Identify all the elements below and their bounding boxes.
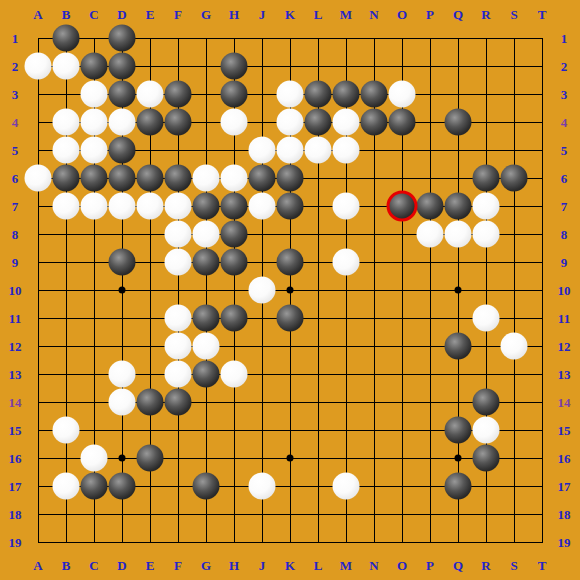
- stone-white-C5[interactable]: [81, 137, 108, 164]
- col-label-top-N: N: [369, 8, 378, 21]
- stone-white-B5[interactable]: [53, 137, 80, 164]
- stone-white-F8[interactable]: [165, 221, 192, 248]
- col-label-top-Q: Q: [453, 8, 463, 21]
- col-label-bottom-O: O: [397, 559, 407, 572]
- grid-line-h-18: [38, 514, 543, 515]
- col-label-bottom-H: H: [229, 559, 239, 572]
- stone-black-F3[interactable]: [165, 81, 192, 108]
- row-label-right-7: 7: [561, 200, 568, 213]
- row-label-left-3: 3: [12, 88, 19, 101]
- col-label-top-M: M: [340, 8, 352, 21]
- row-label-right-4: 4: [561, 116, 568, 129]
- stone-white-D7[interactable]: [109, 193, 136, 220]
- stone-white-J5[interactable]: [249, 137, 276, 164]
- stone-black-D17[interactable]: [109, 473, 136, 500]
- stone-black-F4[interactable]: [165, 109, 192, 136]
- stone-black-H9[interactable]: [221, 249, 248, 276]
- col-label-top-L: L: [314, 8, 323, 21]
- stone-white-L5[interactable]: [305, 137, 332, 164]
- row-label-right-19: 19: [558, 536, 571, 549]
- stone-black-H8[interactable]: [221, 221, 248, 248]
- row-label-left-5: 5: [12, 144, 19, 157]
- col-label-top-E: E: [146, 8, 155, 21]
- stone-black-P7[interactable]: [417, 193, 444, 220]
- row-label-left-18: 18: [9, 508, 22, 521]
- row-label-left-1: 1: [12, 32, 19, 45]
- col-label-bottom-D: D: [117, 559, 126, 572]
- col-label-bottom-G: G: [201, 559, 211, 572]
- stone-white-J10[interactable]: [249, 277, 276, 304]
- stone-white-O3[interactable]: [389, 81, 416, 108]
- row-label-right-18: 18: [558, 508, 571, 521]
- stone-white-K4[interactable]: [277, 109, 304, 136]
- stone-black-O4[interactable]: [389, 109, 416, 136]
- row-label-left-15: 15: [9, 424, 22, 437]
- stone-black-E4[interactable]: [137, 109, 164, 136]
- stone-white-K5[interactable]: [277, 137, 304, 164]
- row-label-right-14: 14: [558, 396, 571, 409]
- row-label-right-13: 13: [558, 368, 571, 381]
- grid-line-v-T: [542, 38, 543, 543]
- row-label-left-9: 9: [12, 256, 19, 269]
- stone-black-G11[interactable]: [193, 305, 220, 332]
- stone-white-J7[interactable]: [249, 193, 276, 220]
- stone-white-J17[interactable]: [249, 473, 276, 500]
- stone-black-K7[interactable]: [277, 193, 304, 220]
- stone-white-A6[interactable]: [25, 165, 52, 192]
- col-label-top-J: J: [259, 8, 266, 21]
- stone-white-H6[interactable]: [221, 165, 248, 192]
- stone-black-G7[interactable]: [193, 193, 220, 220]
- col-label-bottom-S: S: [510, 559, 517, 572]
- stone-black-R6[interactable]: [473, 165, 500, 192]
- stone-black-S6[interactable]: [501, 165, 528, 192]
- stone-white-R15[interactable]: [473, 417, 500, 444]
- grid-line-v-P: [430, 38, 431, 543]
- last-move-marker: [387, 191, 418, 222]
- col-label-bottom-F: F: [174, 559, 182, 572]
- stone-black-F6[interactable]: [165, 165, 192, 192]
- row-label-right-16: 16: [558, 452, 571, 465]
- stone-white-R11[interactable]: [473, 305, 500, 332]
- row-label-left-12: 12: [9, 340, 22, 353]
- stone-black-G17[interactable]: [193, 473, 220, 500]
- col-label-top-A: A: [33, 8, 42, 21]
- stone-black-Q7[interactable]: [445, 193, 472, 220]
- stone-black-D3[interactable]: [109, 81, 136, 108]
- stone-white-A2[interactable]: [25, 53, 52, 80]
- col-label-bottom-T: T: [538, 559, 547, 572]
- stone-black-K6[interactable]: [277, 165, 304, 192]
- row-label-left-10: 10: [9, 284, 22, 297]
- stone-white-E3[interactable]: [137, 81, 164, 108]
- stone-white-G6[interactable]: [193, 165, 220, 192]
- row-label-right-10: 10: [558, 284, 571, 297]
- col-label-bottom-R: R: [481, 559, 490, 572]
- col-label-top-B: B: [62, 8, 71, 21]
- col-label-bottom-N: N: [369, 559, 378, 572]
- stone-black-K9[interactable]: [277, 249, 304, 276]
- col-label-top-P: P: [426, 8, 434, 21]
- row-label-left-4: 4: [12, 116, 19, 129]
- col-label-bottom-M: M: [340, 559, 352, 572]
- stone-white-F9[interactable]: [165, 249, 192, 276]
- stone-white-F12[interactable]: [165, 333, 192, 360]
- stone-white-K3[interactable]: [277, 81, 304, 108]
- stone-black-D9[interactable]: [109, 249, 136, 276]
- row-label-right-11: 11: [558, 312, 570, 325]
- stone-black-Q17[interactable]: [445, 473, 472, 500]
- star-point-D10: [119, 287, 126, 294]
- stone-black-F14[interactable]: [165, 389, 192, 416]
- col-label-top-G: G: [201, 8, 211, 21]
- stone-white-B4[interactable]: [53, 109, 80, 136]
- row-label-left-2: 2: [12, 60, 19, 73]
- stone-black-E16[interactable]: [137, 445, 164, 472]
- row-label-left-17: 17: [9, 480, 22, 493]
- stone-white-C3[interactable]: [81, 81, 108, 108]
- row-label-right-1: 1: [561, 32, 568, 45]
- col-label-bottom-E: E: [146, 559, 155, 572]
- stone-white-H4[interactable]: [221, 109, 248, 136]
- row-label-right-5: 5: [561, 144, 568, 157]
- stone-black-J6[interactable]: [249, 165, 276, 192]
- stone-white-B15[interactable]: [53, 417, 80, 444]
- row-label-right-9: 9: [561, 256, 568, 269]
- stone-black-L3[interactable]: [305, 81, 332, 108]
- col-label-bottom-A: A: [33, 559, 42, 572]
- row-label-left-6: 6: [12, 172, 19, 185]
- stone-white-Q8[interactable]: [445, 221, 472, 248]
- col-label-bottom-C: C: [89, 559, 98, 572]
- stone-black-M3[interactable]: [333, 81, 360, 108]
- stone-white-M5[interactable]: [333, 137, 360, 164]
- star-point-Q10: [455, 287, 462, 294]
- stone-black-C17[interactable]: [81, 473, 108, 500]
- star-point-D16: [119, 455, 126, 462]
- stone-black-Q4[interactable]: [445, 109, 472, 136]
- stone-black-H11[interactable]: [221, 305, 248, 332]
- row-label-left-16: 16: [9, 452, 22, 465]
- col-label-top-O: O: [397, 8, 407, 21]
- go-board-screen: AA11BB22CC33DD44EE55FF66GG77HH88JJ99KK10…: [0, 0, 580, 580]
- stone-black-D6[interactable]: [109, 165, 136, 192]
- stone-black-N3[interactable]: [361, 81, 388, 108]
- stone-black-D2[interactable]: [109, 53, 136, 80]
- stone-black-N4[interactable]: [361, 109, 388, 136]
- stone-black-D5[interactable]: [109, 137, 136, 164]
- col-label-bottom-J: J: [259, 559, 266, 572]
- row-label-right-17: 17: [558, 480, 571, 493]
- stone-white-M17[interactable]: [333, 473, 360, 500]
- col-label-bottom-K: K: [285, 559, 295, 572]
- stone-white-B2[interactable]: [53, 53, 80, 80]
- col-label-top-T: T: [538, 8, 547, 21]
- row-label-right-12: 12: [558, 340, 571, 353]
- grid-line-v-S: [514, 38, 515, 543]
- row-label-right-6: 6: [561, 172, 568, 185]
- star-point-K10: [287, 287, 294, 294]
- row-label-left-7: 7: [12, 200, 19, 213]
- stone-white-H13[interactable]: [221, 361, 248, 388]
- stone-white-M9[interactable]: [333, 249, 360, 276]
- stone-white-F11[interactable]: [165, 305, 192, 332]
- col-label-top-H: H: [229, 8, 239, 21]
- stone-black-E14[interactable]: [137, 389, 164, 416]
- stone-white-C4[interactable]: [81, 109, 108, 136]
- stone-white-C16[interactable]: [81, 445, 108, 472]
- row-label-left-11: 11: [9, 312, 21, 325]
- stone-white-R8[interactable]: [473, 221, 500, 248]
- stone-black-D1[interactable]: [109, 25, 136, 52]
- stone-black-L4[interactable]: [305, 109, 332, 136]
- stone-black-E6[interactable]: [137, 165, 164, 192]
- stone-white-G12[interactable]: [193, 333, 220, 360]
- stone-black-Q12[interactable]: [445, 333, 472, 360]
- stone-white-F7[interactable]: [165, 193, 192, 220]
- col-label-top-K: K: [285, 8, 295, 21]
- col-label-top-F: F: [174, 8, 182, 21]
- col-label-bottom-L: L: [314, 559, 323, 572]
- stone-black-Q15[interactable]: [445, 417, 472, 444]
- star-point-K16: [287, 455, 294, 462]
- stone-white-D13[interactable]: [109, 361, 136, 388]
- row-label-left-13: 13: [9, 368, 22, 381]
- col-label-bottom-B: B: [62, 559, 71, 572]
- col-label-top-R: R: [481, 8, 490, 21]
- stone-white-F13[interactable]: [165, 361, 192, 388]
- col-label-top-S: S: [510, 8, 517, 21]
- stone-white-D4[interactable]: [109, 109, 136, 136]
- stone-white-E7[interactable]: [137, 193, 164, 220]
- row-label-right-8: 8: [561, 228, 568, 241]
- star-point-Q16: [455, 455, 462, 462]
- col-label-bottom-P: P: [426, 559, 434, 572]
- row-label-right-2: 2: [561, 60, 568, 73]
- row-label-left-19: 19: [9, 536, 22, 549]
- row-label-right-3: 3: [561, 88, 568, 101]
- row-label-left-8: 8: [12, 228, 19, 241]
- stone-black-K11[interactable]: [277, 305, 304, 332]
- goban[interactable]: AA11BB22CC33DD44EE55FF66GG77HH88JJ99KK10…: [0, 0, 580, 580]
- stone-black-B1[interactable]: [53, 25, 80, 52]
- stone-black-G9[interactable]: [193, 249, 220, 276]
- stone-white-D14[interactable]: [109, 389, 136, 416]
- stone-white-G8[interactable]: [193, 221, 220, 248]
- stone-black-B6[interactable]: [53, 165, 80, 192]
- stone-black-H7[interactable]: [221, 193, 248, 220]
- stone-black-H2[interactable]: [221, 53, 248, 80]
- stone-black-G13[interactable]: [193, 361, 220, 388]
- stone-white-P8[interactable]: [417, 221, 444, 248]
- stone-white-M7[interactable]: [333, 193, 360, 220]
- stone-white-C7[interactable]: [81, 193, 108, 220]
- stone-black-R14[interactable]: [473, 389, 500, 416]
- stone-black-C6[interactable]: [81, 165, 108, 192]
- stone-black-R16[interactable]: [473, 445, 500, 472]
- stone-white-M4[interactable]: [333, 109, 360, 136]
- stone-white-B7[interactable]: [53, 193, 80, 220]
- col-label-top-C: C: [89, 8, 98, 21]
- stone-black-C2[interactable]: [81, 53, 108, 80]
- row-label-right-15: 15: [558, 424, 571, 437]
- stone-white-R7[interactable]: [473, 193, 500, 220]
- stone-white-S12[interactable]: [501, 333, 528, 360]
- grid-line-h-19: [38, 542, 543, 543]
- stone-white-B17[interactable]: [53, 473, 80, 500]
- col-label-top-D: D: [117, 8, 126, 21]
- stone-black-H3[interactable]: [221, 81, 248, 108]
- row-label-left-14: 14: [9, 396, 22, 409]
- col-label-bottom-Q: Q: [453, 559, 463, 572]
